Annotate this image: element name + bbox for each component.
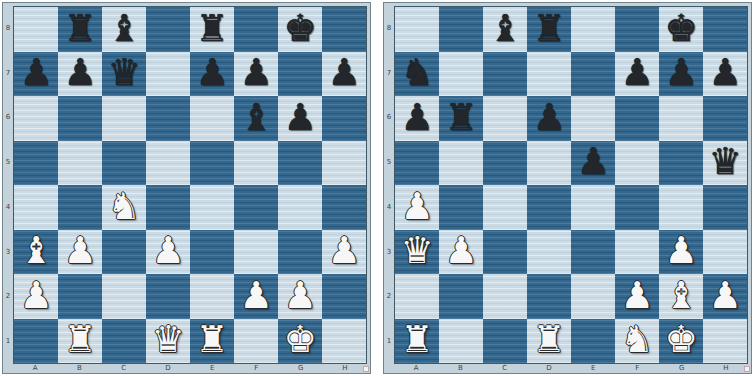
black-bishop: ♝ (488, 10, 521, 47)
white-queen: ♛ (151, 321, 184, 358)
square-f7[interactable]: ♟ (615, 52, 659, 97)
white-knight: ♞ (620, 321, 653, 358)
chess-board-panel-left: 87654321 ♜♝♜♚♟♟♛♟♟♟♝♟♞♝♟♟♟♟♟♟♜♛♜♚ ABCDEF… (2, 2, 371, 374)
square-g7[interactable] (278, 52, 322, 97)
square-a3[interactable]: ♛ (395, 230, 439, 275)
square-g3[interactable]: ♟ (659, 230, 703, 275)
square-b3[interactable]: ♟ (439, 230, 483, 275)
square-b6[interactable] (58, 96, 102, 141)
square-f2[interactable]: ♟ (615, 274, 659, 319)
white-bishop: ♝ (19, 232, 52, 269)
black-queen: ♛ (708, 143, 741, 180)
square-d7[interactable] (146, 52, 190, 97)
black-bishop: ♝ (107, 10, 140, 47)
square-e3[interactable] (571, 230, 615, 275)
file-label-h: H (323, 364, 367, 373)
black-pawn: ♟ (620, 54, 653, 91)
square-e7[interactable]: ♟ (190, 52, 234, 97)
file-label-e: E (190, 364, 234, 373)
file-labels: ABCDEFGH (394, 364, 748, 373)
square-c7[interactable]: ♛ (102, 52, 146, 97)
rank-label-6: 6 (384, 96, 394, 141)
square-d3[interactable]: ♟ (146, 230, 190, 275)
square-e5[interactable] (190, 141, 234, 186)
black-pawn: ♟ (63, 54, 96, 91)
white-pawn: ♟ (664, 232, 697, 269)
square-d4[interactable] (146, 185, 190, 230)
square-g4[interactable] (659, 185, 703, 230)
black-pawn: ♟ (400, 99, 433, 136)
square-d5[interactable] (146, 141, 190, 186)
square-f4[interactable] (234, 185, 278, 230)
square-c3[interactable] (102, 230, 146, 275)
white-pawn: ♟ (283, 277, 316, 314)
white-pawn: ♟ (239, 277, 272, 314)
black-rook: ♜ (444, 99, 477, 136)
file-label-b: B (57, 364, 101, 373)
rank-label-7: 7 (384, 51, 394, 96)
square-c6[interactable] (102, 96, 146, 141)
square-c3[interactable] (483, 230, 527, 275)
white-rook: ♜ (195, 321, 228, 358)
square-g1[interactable]: ♚ (659, 319, 703, 364)
square-b8[interactable] (439, 7, 483, 52)
square-d1[interactable]: ♛ (146, 319, 190, 364)
black-pawn: ♟ (283, 99, 316, 136)
square-d7[interactable] (527, 52, 571, 97)
file-label-g: G (279, 364, 323, 373)
square-f4[interactable] (615, 185, 659, 230)
square-f5[interactable] (234, 141, 278, 186)
rank-label-7: 7 (3, 51, 13, 96)
square-b7[interactable] (439, 52, 483, 97)
white-rook: ♜ (63, 321, 96, 358)
square-c1[interactable] (483, 319, 527, 364)
square-f5[interactable] (615, 141, 659, 186)
square-e1[interactable]: ♜ (190, 319, 234, 364)
black-pawn: ♟ (576, 143, 609, 180)
square-a6[interactable]: ♟ (395, 96, 439, 141)
square-g1[interactable]: ♚ (278, 319, 322, 364)
square-g3[interactable] (278, 230, 322, 275)
square-f1[interactable] (234, 319, 278, 364)
square-d2[interactable] (146, 274, 190, 319)
black-knight: ♞ (400, 54, 433, 91)
chess-board-panel-right: 87654321 ♝♜♚♞♟♟♟♟♜♟♟♛♟♛♟♟♟♝♟♜♜♞♚ ABCDEFG… (383, 2, 752, 374)
square-c5[interactable] (102, 141, 146, 186)
black-pawn: ♟ (19, 54, 52, 91)
white-pawn: ♟ (620, 277, 653, 314)
square-e4[interactable] (190, 185, 234, 230)
black-rook: ♜ (532, 10, 565, 47)
square-h7[interactable]: ♟ (703, 52, 747, 97)
white-king: ♚ (283, 321, 316, 358)
square-g2[interactable]: ♝ (659, 274, 703, 319)
square-h3[interactable]: ♟ (322, 230, 366, 275)
square-a6[interactable] (14, 96, 58, 141)
black-pawn: ♟ (239, 54, 272, 91)
square-e6[interactable] (571, 96, 615, 141)
white-pawn: ♟ (444, 232, 477, 269)
square-f6[interactable] (615, 96, 659, 141)
file-label-g: G (660, 364, 704, 373)
square-h4[interactable] (322, 185, 366, 230)
square-h1[interactable] (703, 319, 747, 364)
square-a7[interactable]: ♟ (14, 52, 58, 97)
square-d6[interactable] (146, 96, 190, 141)
square-g7[interactable]: ♟ (659, 52, 703, 97)
square-c2[interactable] (102, 274, 146, 319)
rank-label-3: 3 (3, 230, 13, 275)
square-e2[interactable] (190, 274, 234, 319)
square-a7[interactable]: ♞ (395, 52, 439, 97)
file-label-a: A (13, 364, 57, 373)
square-b6[interactable]: ♜ (439, 96, 483, 141)
white-pawn: ♟ (63, 232, 96, 269)
square-e4[interactable] (571, 185, 615, 230)
square-c8[interactable]: ♝ (483, 7, 527, 52)
file-label-f: F (615, 364, 659, 373)
square-h3[interactable] (703, 230, 747, 275)
square-a4[interactable]: ♟ (395, 185, 439, 230)
square-d6[interactable]: ♟ (527, 96, 571, 141)
square-g8[interactable]: ♚ (659, 7, 703, 52)
white-knight: ♞ (107, 188, 140, 225)
file-label-d: D (527, 364, 571, 373)
white-king: ♚ (664, 321, 697, 358)
rank-label-4: 4 (384, 185, 394, 230)
square-f7[interactable]: ♟ (234, 52, 278, 97)
rank-label-8: 8 (3, 6, 13, 51)
square-c5[interactable] (483, 141, 527, 186)
square-a1[interactable]: ♜ (395, 319, 439, 364)
rank-label-4: 4 (3, 185, 13, 230)
square-a2[interactable]: ♟ (14, 274, 58, 319)
square-e8[interactable]: ♜ (190, 7, 234, 52)
white-pawn: ♟ (151, 232, 184, 269)
black-queen: ♛ (107, 54, 140, 91)
rank-labels: 87654321 (384, 6, 394, 364)
square-d4[interactable] (527, 185, 571, 230)
file-labels: ABCDEFGH (13, 364, 367, 373)
square-a8[interactable] (395, 7, 439, 52)
square-b1[interactable] (439, 319, 483, 364)
square-f2[interactable]: ♟ (234, 274, 278, 319)
board-left: ♜♝♜♚♟♟♛♟♟♟♝♟♞♝♟♟♟♟♟♟♜♛♜♚ (13, 6, 367, 364)
square-d5[interactable] (527, 141, 571, 186)
black-king: ♚ (283, 10, 316, 47)
rank-label-2: 2 (3, 275, 13, 320)
square-b4[interactable] (58, 185, 102, 230)
file-label-h: H (704, 364, 748, 373)
square-c2[interactable] (483, 274, 527, 319)
square-a4[interactable] (14, 185, 58, 230)
black-king: ♚ (664, 10, 697, 47)
square-h7[interactable]: ♟ (322, 52, 366, 97)
square-a2[interactable] (395, 274, 439, 319)
black-pawn: ♟ (195, 54, 228, 91)
black-pawn: ♟ (664, 54, 697, 91)
square-h6[interactable] (322, 96, 366, 141)
square-h5[interactable]: ♛ (703, 141, 747, 186)
white-pawn: ♟ (327, 232, 360, 269)
square-b2[interactable] (439, 274, 483, 319)
square-g2[interactable]: ♟ (278, 274, 322, 319)
white-rook: ♜ (532, 321, 565, 358)
square-c1[interactable] (102, 319, 146, 364)
square-f3[interactable] (234, 230, 278, 275)
square-a1[interactable] (14, 319, 58, 364)
file-label-b: B (438, 364, 482, 373)
square-c7[interactable] (483, 52, 527, 97)
file-label-d: D (146, 364, 190, 373)
black-pawn: ♟ (532, 99, 565, 136)
square-a3[interactable]: ♝ (14, 230, 58, 275)
square-e8[interactable] (571, 7, 615, 52)
rank-label-5: 5 (384, 140, 394, 185)
white-rook: ♜ (400, 321, 433, 358)
square-e7[interactable] (571, 52, 615, 97)
square-b5[interactable] (58, 141, 102, 186)
side-to-move-indicator (744, 366, 750, 372)
side-to-move-indicator (363, 366, 369, 372)
square-d8[interactable] (146, 7, 190, 52)
square-f3[interactable] (615, 230, 659, 275)
white-pawn: ♟ (708, 277, 741, 314)
rank-label-2: 2 (384, 275, 394, 320)
square-e2[interactable] (571, 274, 615, 319)
black-pawn: ♟ (327, 54, 360, 91)
square-a8[interactable] (14, 7, 58, 52)
rank-label-6: 6 (3, 96, 13, 141)
square-h8[interactable] (322, 7, 366, 52)
rank-label-8: 8 (384, 6, 394, 51)
square-e5[interactable]: ♟ (571, 141, 615, 186)
square-b4[interactable] (439, 185, 483, 230)
square-h2[interactable] (322, 274, 366, 319)
square-g8[interactable]: ♚ (278, 7, 322, 52)
white-queen: ♛ (400, 232, 433, 269)
square-a5[interactable] (395, 141, 439, 186)
rank-label-5: 5 (3, 140, 13, 185)
square-h1[interactable] (322, 319, 366, 364)
square-c4[interactable] (483, 185, 527, 230)
square-d2[interactable] (527, 274, 571, 319)
rank-label-1: 1 (3, 319, 13, 364)
square-g5[interactable] (659, 141, 703, 186)
file-label-c: C (483, 364, 527, 373)
square-a5[interactable] (14, 141, 58, 186)
square-h2[interactable]: ♟ (703, 274, 747, 319)
square-e1[interactable] (571, 319, 615, 364)
black-rook: ♜ (195, 10, 228, 47)
square-b1[interactable]: ♜ (58, 319, 102, 364)
square-f6[interactable]: ♝ (234, 96, 278, 141)
file-label-e: E (571, 364, 615, 373)
file-label-a: A (394, 364, 438, 373)
square-d8[interactable]: ♜ (527, 7, 571, 52)
white-bishop: ♝ (664, 277, 697, 314)
square-g5[interactable] (278, 141, 322, 186)
square-g4[interactable] (278, 185, 322, 230)
black-pawn: ♟ (708, 54, 741, 91)
board-right: ♝♜♚♞♟♟♟♟♜♟♟♛♟♛♟♟♟♝♟♜♜♞♚ (394, 6, 748, 364)
square-f8[interactable] (615, 7, 659, 52)
square-b8[interactable]: ♜ (58, 7, 102, 52)
rank-labels: 87654321 (3, 6, 13, 364)
square-b3[interactable]: ♟ (58, 230, 102, 275)
file-label-f: F (234, 364, 278, 373)
white-pawn: ♟ (400, 188, 433, 225)
square-h5[interactable] (322, 141, 366, 186)
white-pawn: ♟ (19, 277, 52, 314)
black-bishop: ♝ (239, 99, 272, 136)
square-c6[interactable] (483, 96, 527, 141)
square-d3[interactable] (527, 230, 571, 275)
file-label-c: C (102, 364, 146, 373)
square-h8[interactable] (703, 7, 747, 52)
square-c8[interactable]: ♝ (102, 7, 146, 52)
square-d1[interactable]: ♜ (527, 319, 571, 364)
square-h4[interactable] (703, 185, 747, 230)
rank-label-1: 1 (384, 319, 394, 364)
square-b5[interactable] (439, 141, 483, 186)
square-b2[interactable] (58, 274, 102, 319)
square-g6[interactable] (659, 96, 703, 141)
square-f8[interactable] (234, 7, 278, 52)
square-e6[interactable] (190, 96, 234, 141)
square-g6[interactable]: ♟ (278, 96, 322, 141)
square-f1[interactable]: ♞ (615, 319, 659, 364)
square-e3[interactable] (190, 230, 234, 275)
black-rook: ♜ (63, 10, 96, 47)
square-h6[interactable] (703, 96, 747, 141)
square-c4[interactable]: ♞ (102, 185, 146, 230)
square-b7[interactable]: ♟ (58, 52, 102, 97)
rank-label-3: 3 (384, 230, 394, 275)
